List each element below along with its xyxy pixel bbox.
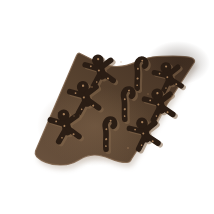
mould-photo-canvas: Product photo: brown silicone chocolate …: [0, 0, 214, 214]
product-photo: Product photo: brown silicone chocolate …: [0, 0, 214, 214]
